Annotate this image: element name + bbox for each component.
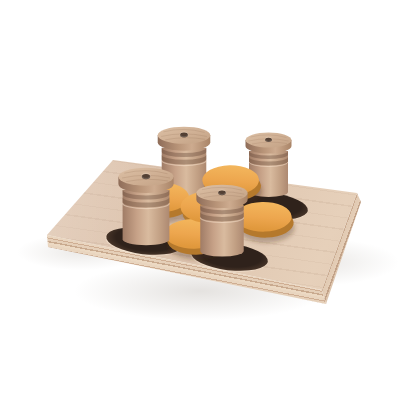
- peg-front-left[interactable]: [114, 166, 178, 250]
- product-photo-canvas: [0, 0, 400, 400]
- peg-front-right[interactable]: [191, 183, 253, 261]
